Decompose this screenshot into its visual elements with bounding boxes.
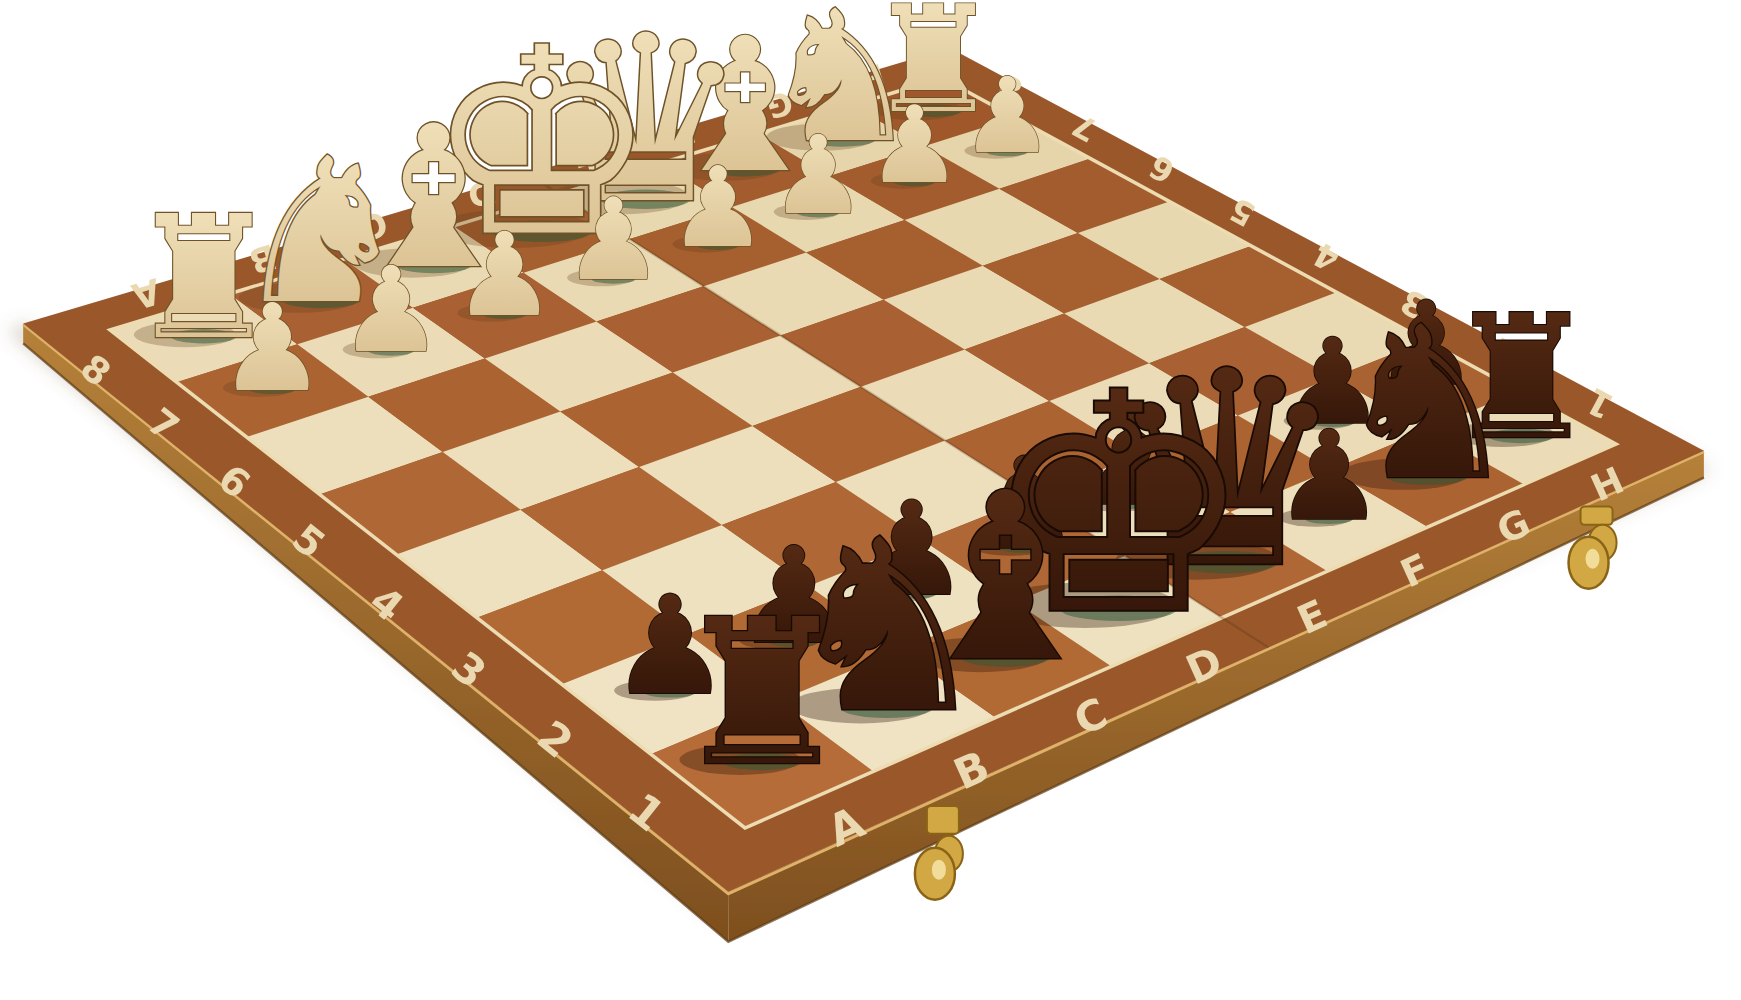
piece-white-pawn-g7: ♟ [867,83,963,207]
brass-latch-icon-left-plate [927,806,959,834]
piece-white-pawn-f7: ♟ [770,112,867,239]
piece-white-pawn-c7: ♟ [453,208,557,342]
piece-glyph-rook: ♜ [672,576,853,811]
brass-latch-icon-right-plate [1581,507,1613,525]
chess-set-photo: AA88BB77CC66DD55EE44FF33GG22HH11♜♞♟♝♟♛♟♚… [0,0,1741,1000]
board-photo-canvas: AA88BB77CC66DD55EE44FF33GG22HH11♜♞♟♝♟♛♟♚… [0,0,1741,1000]
piece-glyph-pawn: ♟ [453,208,557,342]
piece-glyph-pawn: ♟ [960,55,1054,177]
piece-glyph-pawn: ♟ [218,278,326,418]
piece-glyph-pawn: ♟ [563,174,664,306]
piece-white-pawn-e7: ♟ [668,143,767,272]
brass-latch-icon-right-glint [1586,549,1600,569]
piece-white-pawn-h7: ♟ [960,55,1054,177]
piece-glyph-pawn: ♟ [338,241,444,379]
piece-white-pawn-b7: ♟ [338,241,444,379]
piece-white-pawn-a7: ♟ [218,278,326,418]
piece-glyph-pawn: ♟ [668,143,767,272]
brass-latch-icon-left-glint [932,860,946,880]
piece-glyph-pawn: ♟ [770,112,867,239]
piece-black-rook-a1: ♜ [672,576,853,811]
piece-white-pawn-d7: ♟ [563,174,664,306]
piece-glyph-pawn: ♟ [867,83,963,207]
